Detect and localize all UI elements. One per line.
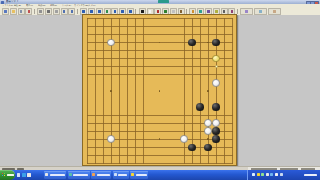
menu-item-label: 移動(M) (38, 4, 45, 7)
toolbar-separator (135, 9, 137, 14)
save-file-icon (20, 10, 23, 13)
tray-icon-2[interactable] (257, 173, 260, 176)
taskbar-window-4-button[interactable] (113, 171, 129, 179)
show-desktop-icon[interactable] (17, 173, 20, 177)
task-button-label-blob (50, 174, 65, 176)
system-tray (247, 170, 320, 180)
rotate-board-icon (192, 10, 195, 13)
menu-item-label: 対局(P) (50, 4, 57, 7)
navi-panel-icon (245, 10, 248, 13)
menu-item-label: ファイル(F) (2, 4, 13, 7)
task-button-label-blob (97, 174, 110, 176)
stone-white-R11 (212, 79, 220, 87)
back-1-icon (98, 10, 101, 13)
stone-white-Q5 (204, 127, 212, 135)
window-1-icon (45, 173, 48, 176)
start-label-blob (7, 174, 14, 176)
media-player-icon[interactable] (27, 173, 30, 177)
score-count-icon (199, 10, 202, 13)
window-5-warning-icon (131, 173, 134, 176)
paste-icon (55, 10, 58, 13)
menu-item-label: 表示(V) (26, 4, 33, 7)
taskbar-window-2-button[interactable] (68, 171, 90, 179)
toolbar-separator (237, 9, 239, 14)
toolbar-separator (34, 9, 36, 14)
star-point (110, 90, 112, 92)
stone-black-Q3 (204, 144, 212, 152)
game-info-icon (207, 10, 210, 13)
black-stone-icon (141, 10, 144, 13)
tray-icon-6[interactable] (275, 173, 278, 176)
menu-item-label: ツール(T) (62, 4, 71, 7)
taskbar-window-3-button[interactable] (91, 171, 111, 179)
window-3-icon (92, 173, 95, 176)
toolbar-separator (77, 9, 79, 14)
help-icon (231, 10, 234, 13)
stone-black-P8 (196, 103, 204, 111)
mark-triangle-icon (157, 10, 160, 13)
play-auto-icon (106, 10, 109, 13)
settings-icon (215, 10, 218, 13)
redo-icon (71, 10, 74, 13)
cursor-marker (215, 65, 218, 68)
tray-icon-4[interactable] (266, 173, 269, 176)
stone-white-Q6 (204, 119, 212, 127)
copy-icon (47, 10, 50, 13)
back-10-icon (90, 10, 93, 13)
forward-10-icon (121, 10, 124, 13)
stone-white-R6 (212, 119, 220, 127)
task-button-label-blob (136, 174, 147, 176)
cut-icon (39, 10, 42, 13)
titlebar-badge (158, 0, 169, 3)
taskbar-window-1-button[interactable] (44, 171, 66, 179)
windows-taskbar (0, 170, 320, 180)
window-2-icon (69, 173, 72, 176)
tray-icon-7[interactable] (280, 173, 283, 176)
task-button-label-blob (73, 174, 88, 176)
go-first-icon (82, 10, 85, 13)
new-file-icon (4, 10, 7, 13)
star-point (207, 90, 209, 92)
mark-letter-icon (172, 10, 175, 13)
go-application-window: 囲碁ソフト ファイル(F)編集(E)表示(V)移動(M)対局(P)ツール(T)ウ… (0, 0, 320, 180)
comment-panel-icon (259, 10, 262, 13)
task-button-label-blob (118, 174, 127, 176)
toolbar-separator (186, 9, 188, 14)
mark-square-icon (164, 10, 167, 13)
tray-icon-3[interactable] (261, 173, 264, 176)
go-board[interactable] (82, 14, 237, 166)
forward-1-icon (114, 10, 117, 13)
undo-icon (63, 10, 66, 13)
go-last-icon (129, 10, 132, 13)
start-button[interactable] (0, 170, 15, 180)
stone-white-N4 (180, 135, 188, 143)
tray-icon-5[interactable] (270, 173, 273, 176)
stone-black-O3 (188, 144, 196, 152)
taskbar-clock[interactable] (304, 174, 317, 176)
internet-explorer-icon[interactable] (22, 173, 25, 177)
window-title: 囲碁ソフト (6, 0, 19, 3)
print-icon (28, 10, 31, 13)
stone-black-R8 (212, 103, 220, 111)
taskbar-window-5-warning-button[interactable] (130, 171, 148, 179)
stone-black-O16 (188, 39, 196, 47)
menu-item-label: ヘルプ(H) (86, 4, 95, 7)
menu-item-label: 編集(E) (14, 4, 21, 7)
window-4-icon (114, 173, 117, 176)
windows-flag-icon (2, 173, 5, 176)
search-icon (223, 10, 226, 13)
white-stone-icon (149, 10, 152, 13)
tray-icon-1[interactable] (252, 173, 255, 176)
analysis-panel-icon (273, 10, 276, 13)
erase-icon (180, 10, 183, 13)
open-file-icon (12, 10, 15, 13)
